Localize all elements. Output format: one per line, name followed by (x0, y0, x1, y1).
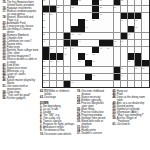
grid-cell[interactable] (57, 81, 64, 87)
grid-cell[interactable] (78, 74, 85, 80)
grid-cell[interactable] (50, 74, 57, 80)
grid-cell[interactable] (92, 67, 99, 73)
cell-number: 47 (100, 47, 102, 49)
cell-number: 26 (50, 13, 52, 15)
grid-cell[interactable] (71, 74, 78, 80)
grid-cell[interactable]: 17 (43, 0, 50, 5)
cell-number: 33 (43, 26, 45, 28)
clue-item: 56. Kitchen gadgets (3, 98, 39, 101)
cell-number: 62 (43, 74, 45, 76)
black-cell (43, 47, 50, 53)
grid-cell[interactable] (106, 53, 113, 59)
cell-number: 37 (71, 33, 73, 35)
black-cell (135, 13, 142, 19)
grid-cell[interactable] (106, 67, 113, 73)
grid-cell[interactable] (128, 67, 135, 73)
grid-cell[interactable]: 29 (85, 19, 92, 25)
grid-cell[interactable] (64, 19, 71, 25)
black-cell (128, 13, 135, 19)
cell-number: 32 (135, 19, 137, 21)
black-cell (71, 40, 78, 46)
grid-cell[interactable]: 58 (43, 67, 50, 73)
grid-cell[interactable]: 24 (114, 6, 121, 12)
grid-cell[interactable] (99, 19, 106, 25)
grid-cell[interactable] (106, 81, 113, 87)
clue-number: 51. (3, 85, 7, 88)
cell-number: 58 (43, 67, 45, 69)
grid-cell[interactable] (78, 67, 85, 73)
grid-cell[interactable] (57, 19, 64, 25)
clue-number: 25. (77, 102, 81, 105)
grid-cell[interactable] (142, 19, 149, 25)
clue-number: 17. (3, 10, 7, 13)
across-clues-end: 62. Big name in children's books63. Disc… (40, 91, 75, 100)
grid-cell[interactable] (135, 40, 142, 46)
grid-cell[interactable]: 28 (43, 19, 50, 25)
grid-cell[interactable] (106, 0, 113, 5)
grid-cell[interactable]: 44 (50, 47, 57, 53)
black-cell (64, 40, 71, 46)
grid-cell[interactable]: 23 (99, 6, 106, 12)
cell-number: 64 (121, 74, 123, 76)
grid-cell[interactable] (135, 74, 142, 80)
grid-cell[interactable]: 46 (71, 47, 78, 53)
grid-cell[interactable]: 64 (121, 74, 128, 80)
clue-number: 35. (3, 58, 7, 61)
grid-cell[interactable] (99, 67, 106, 73)
cell-number: 46 (71, 47, 73, 49)
black-cell (92, 0, 99, 5)
grid-cell[interactable] (85, 33, 92, 39)
grid-cell[interactable] (50, 0, 57, 5)
grid-cell[interactable] (64, 60, 71, 66)
cell-number: 56 (93, 60, 95, 62)
grid-cell[interactable] (114, 19, 121, 25)
grid-cell[interactable] (142, 47, 149, 53)
cell-number: 51 (93, 53, 95, 55)
grid-cell[interactable] (85, 0, 92, 5)
cell-number: 22 (71, 6, 73, 8)
grid-cell[interactable]: 66 (71, 81, 78, 87)
black-cell (135, 60, 142, 66)
clue-item: 37. Student's concern (77, 133, 110, 136)
grid-cell[interactable] (57, 74, 64, 80)
cell-number: 40 (43, 40, 45, 42)
grid-cell[interactable] (50, 33, 57, 39)
grid-cell[interactable]: 38 (78, 33, 85, 39)
cell-number: 35 (135, 26, 137, 28)
grid-cell[interactable] (85, 13, 92, 19)
grid-cell[interactable]: 56 (92, 60, 99, 66)
cell-number: 45 (64, 47, 66, 49)
grid-cell[interactable] (71, 53, 78, 59)
cell-number: 24 (114, 6, 116, 8)
grid-cell[interactable] (142, 81, 149, 87)
grid-cell[interactable]: 19 (99, 0, 106, 5)
black-cell (64, 81, 71, 87)
clue-number: 61. (113, 123, 117, 126)
grid-cell[interactable] (71, 60, 78, 66)
clue-number: 15. (3, 1, 7, 4)
black-cell (99, 40, 106, 46)
cell-number: 23 (100, 6, 102, 8)
grid-cell[interactable]: 54 (57, 60, 64, 66)
cell-number: 17 (43, 0, 45, 1)
grid-cell[interactable] (142, 74, 149, 80)
grid-cell[interactable] (57, 40, 64, 46)
grid-cell[interactable] (142, 53, 149, 59)
grid-cell[interactable] (92, 33, 99, 39)
black-cell (43, 53, 50, 59)
grid-cell[interactable] (114, 47, 121, 53)
grid-cell[interactable] (106, 33, 113, 39)
black-cell (121, 13, 128, 19)
grid-cell[interactable] (50, 26, 57, 32)
grid-cell[interactable]: 45 (64, 47, 71, 53)
clue-item: 10. Decorative auto wheels (40, 134, 75, 137)
clue-number: 59. (113, 117, 117, 120)
black-cell (50, 53, 57, 59)
grid-cell[interactable] (71, 67, 78, 73)
grid-cell[interactable]: 61 (142, 67, 149, 73)
cell-number: 66 (71, 81, 73, 83)
grid-cell[interactable] (64, 6, 71, 12)
grid-cell[interactable]: 34 (85, 26, 92, 32)
grid-cell[interactable] (78, 13, 85, 19)
clue-number: 18. (3, 16, 7, 19)
black-cell (43, 6, 50, 12)
cell-number: 21 (57, 6, 59, 8)
grid-cell[interactable] (128, 0, 135, 5)
grid-cell[interactable] (78, 81, 85, 87)
cell-number: 28 (43, 19, 45, 21)
grid-cell[interactable] (85, 6, 92, 12)
black-cell (57, 53, 64, 59)
grid-cell[interactable] (106, 19, 113, 25)
cell-number: 60 (135, 67, 137, 69)
grid-cell[interactable] (99, 81, 106, 87)
grid-cell[interactable] (106, 26, 113, 32)
grid-cell[interactable] (50, 19, 57, 25)
black-cell (78, 53, 85, 59)
grid-cell[interactable] (50, 40, 57, 46)
grid-cell[interactable] (64, 67, 71, 73)
grid-cell[interactable]: 57 (128, 60, 135, 66)
grid-cell[interactable]: 39 (128, 33, 135, 39)
black-cell (142, 60, 149, 66)
grid-cell[interactable]: 40 (43, 40, 50, 46)
grid-cell[interactable]: 52 (43, 60, 50, 66)
grid-cell[interactable]: 30 (92, 19, 99, 25)
black-cell (121, 33, 128, 39)
cell-number: 30 (93, 19, 95, 21)
grid-cell[interactable] (71, 13, 78, 19)
grid-cell[interactable] (106, 60, 113, 66)
grid-cell[interactable]: 35 (135, 26, 142, 32)
grid-cell[interactable] (85, 81, 92, 87)
grid-cell[interactable] (57, 13, 64, 19)
grid-cell[interactable]: 32 (135, 19, 142, 25)
cell-number: 50 (85, 53, 87, 55)
grid-cell[interactable] (99, 53, 106, 59)
grid-cell[interactable] (92, 40, 99, 46)
grid-cell[interactable] (121, 53, 128, 59)
grid-cell[interactable] (57, 26, 64, 32)
clue-item: 61. Like kimchi (113, 124, 150, 127)
clue-number: 63. (40, 96, 44, 99)
grid-cell[interactable] (114, 13, 121, 19)
grid-cell[interactable] (78, 47, 85, 53)
cell-number: 36 (43, 33, 45, 35)
grid-cell[interactable] (99, 60, 106, 66)
grid-cell[interactable]: 51 (92, 53, 99, 59)
grid-cell[interactable] (57, 33, 64, 39)
grid-cell[interactable]: 25 (43, 13, 50, 19)
cell-number: 38 (78, 33, 80, 35)
grid-cell[interactable]: 59 (121, 67, 128, 73)
black-cell (64, 33, 71, 39)
clues-column-4: 45. Hang out46. Plata48. Dines at the di… (113, 91, 150, 127)
grid-cell[interactable] (121, 81, 128, 87)
clue-number: 48. (3, 79, 7, 82)
grid-cell[interactable] (106, 74, 113, 80)
cell-number: 63 (93, 74, 95, 76)
crossword-grid: 1234567891011121314151617181920212223242… (42, 0, 150, 88)
cell-number: 31 (121, 19, 123, 21)
grid-cell[interactable] (135, 33, 142, 39)
cell-number: 27 (100, 13, 102, 15)
black-cell (71, 26, 78, 32)
clue-number: 48. (113, 96, 117, 99)
grid-cell[interactable] (92, 81, 99, 87)
cell-number: 34 (85, 26, 87, 28)
cell-number: 59 (121, 67, 123, 69)
cell-number: 25 (43, 13, 45, 15)
cell-number: 18 (78, 0, 80, 1)
cell-number: 52 (43, 60, 45, 62)
grid-cell[interactable] (64, 74, 71, 80)
grid-cell[interactable]: 50 (85, 53, 92, 59)
grid-cell[interactable] (128, 6, 135, 12)
grid-cell[interactable]: 60 (135, 67, 142, 73)
clue-number: 62. (40, 90, 44, 93)
grid-cell[interactable] (78, 6, 85, 12)
clue-number: 23. (3, 28, 7, 31)
grid-cell[interactable]: 53 (50, 60, 57, 66)
black-cell (71, 0, 78, 5)
grid-cell[interactable] (128, 74, 135, 80)
grid-cell[interactable]: 48 (106, 47, 113, 53)
grid-cell[interactable] (106, 6, 113, 12)
grid-cell[interactable] (114, 33, 121, 39)
grid-cell[interactable] (99, 26, 106, 32)
clue-number: 19. (77, 90, 81, 93)
cell-number: 44 (50, 47, 52, 49)
grid-cell[interactable]: 18 (78, 0, 85, 5)
grid-cell[interactable] (121, 6, 128, 12)
grid-cell[interactable]: 36 (43, 33, 50, 39)
grid-cell[interactable] (99, 33, 106, 39)
black-cell (92, 13, 99, 19)
clue-number: 10. (40, 133, 44, 136)
black-cell (106, 40, 113, 46)
cell-number: 61 (142, 67, 144, 69)
grid-cell[interactable] (135, 81, 142, 87)
grid-cell[interactable] (114, 60, 121, 66)
grid-cell[interactable] (71, 19, 78, 25)
cell-number: 65 (43, 81, 45, 83)
grid-cell[interactable] (121, 47, 128, 53)
grid-cell[interactable] (114, 26, 121, 32)
cell-number: 54 (57, 60, 59, 62)
grid-cell[interactable] (85, 47, 92, 53)
cell-number: 48 (107, 47, 109, 49)
black-cell (85, 60, 92, 66)
grid-cell[interactable] (121, 60, 128, 66)
grid-cell[interactable]: 20 (121, 0, 128, 5)
grid-cell[interactable] (114, 81, 121, 87)
black-cell (92, 47, 99, 53)
clues-column-2: 62. Big name in children's books63. Disc… (40, 91, 75, 137)
crossword-puzzle-page: 13. Snare15. The first Hawaiian-born Uni… (0, 0, 150, 150)
black-cell (114, 74, 121, 80)
black-cell (128, 53, 135, 59)
black-cell (50, 6, 57, 12)
black-cell (114, 67, 121, 73)
grid-cell[interactable] (99, 74, 106, 80)
grid-cell[interactable] (57, 0, 64, 5)
grid-cell[interactable]: 43 (121, 40, 128, 46)
cell-number: 42 (114, 40, 116, 42)
cell-number: 29 (85, 19, 87, 21)
grid-cell[interactable] (57, 47, 64, 53)
grid-cell[interactable] (128, 81, 135, 87)
grid-cell[interactable]: 37 (71, 33, 78, 39)
grid-cell[interactable]: 55 (78, 60, 85, 66)
clue-number: 30. (77, 120, 81, 123)
cell-number: 20 (121, 0, 123, 1)
grid-cell[interactable]: 47 (99, 47, 106, 53)
grid-cell[interactable] (85, 40, 92, 46)
grid-cell[interactable] (114, 53, 121, 59)
across-clues-column: 13. Snare15. The first Hawaiian-born Uni… (3, 0, 39, 101)
grid-cell[interactable]: 33 (43, 26, 50, 32)
grid-cell[interactable] (142, 33, 149, 39)
grid-cell[interactable] (135, 47, 142, 53)
cell-number: 53 (50, 60, 52, 62)
down-clues-start: 1. Not begrudging2. Lo-cal, in ads3. Dou… (40, 106, 75, 136)
cell-number: 43 (121, 40, 123, 42)
grid-cell[interactable]: 49 (64, 53, 71, 59)
cell-number: 19 (100, 0, 102, 1)
cell-number: 49 (64, 53, 66, 55)
black-cell (135, 53, 142, 59)
grid-cell[interactable] (128, 47, 135, 53)
cell-number: 39 (128, 33, 130, 35)
grid-cell[interactable] (64, 26, 71, 32)
clue-number: 56. (3, 97, 7, 100)
grid-cell[interactable] (142, 40, 149, 46)
cell-number: 41 (78, 40, 80, 42)
black-cell (78, 26, 85, 32)
grid-cell[interactable] (50, 67, 57, 73)
grid-cell[interactable] (85, 67, 92, 73)
grid-cell[interactable] (142, 6, 149, 12)
black-cell (114, 0, 121, 5)
clue-number: 37. (77, 132, 81, 135)
grid-cell[interactable] (142, 26, 149, 32)
grid-cell[interactable] (92, 26, 99, 32)
grid-cell[interactable] (135, 0, 142, 5)
black-cell (78, 19, 85, 25)
black-cell (128, 26, 135, 32)
black-cell (85, 74, 92, 80)
grid-cell[interactable]: 31 (121, 19, 128, 25)
grid-cell[interactable]: 42 (114, 40, 121, 46)
grid-cell[interactable]: 62 (43, 74, 50, 80)
clues-column-3: 19. One-time childhood disease21. Noose … (77, 91, 110, 136)
grid-cell[interactable] (106, 13, 113, 19)
grid-cell[interactable] (142, 0, 149, 5)
grid-cell[interactable] (135, 6, 142, 12)
grid-cell[interactable] (64, 0, 71, 5)
grid-cell[interactable] (50, 81, 57, 87)
grid-cell[interactable]: 22 (71, 6, 78, 12)
grid-cell[interactable] (128, 40, 135, 46)
grid-cell[interactable]: 26 (50, 13, 57, 19)
cell-number: 57 (128, 60, 130, 62)
grid-cell[interactable]: 27 (99, 13, 106, 19)
grid-cell[interactable] (57, 67, 64, 73)
grid-cell[interactable] (128, 19, 135, 25)
grid-cell[interactable] (142, 13, 149, 19)
grid-cell[interactable]: 63 (92, 74, 99, 80)
grid-cell[interactable] (121, 26, 128, 32)
black-cell (92, 6, 99, 12)
grid-cell[interactable]: 65 (43, 81, 50, 87)
grid-cell[interactable] (64, 13, 71, 19)
grid-cell[interactable]: 21 (57, 6, 64, 12)
cell-number: 55 (78, 60, 80, 62)
grid-cell[interactable]: 41 (78, 40, 85, 46)
